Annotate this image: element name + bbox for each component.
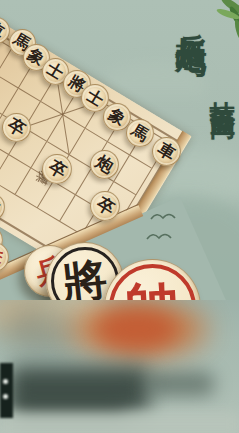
bird-icon [146, 230, 172, 242]
blur-bottom-light [0, 412, 239, 433]
black-chariot-right-piece[interactable]: 車 [152, 137, 181, 166]
black-soldier-3-piece[interactable]: 卒 [90, 191, 120, 221]
bamboo-leaves-icon [203, 0, 239, 46]
black-soldier-2-piece[interactable]: 卒 [42, 154, 72, 184]
piece-glyph: 車 [154, 139, 177, 162]
piece-glyph: 卒 [93, 194, 116, 217]
calligraphy-line-2: 技艺盖世间 [206, 82, 239, 97]
blur-marshal-core [96, 308, 178, 350]
blur-left-strip [0, 363, 13, 418]
piece-glyph: 卒 [45, 157, 68, 180]
piece-glyph: 士 [84, 87, 106, 109]
black-horse-right-piece[interactable]: 馬 [126, 119, 154, 147]
piece-glyph: 卒 [4, 115, 27, 138]
piece-glyph: 炮 [92, 152, 115, 175]
distant-peak [105, 62, 205, 96]
black-cannon-piece[interactable]: 炮 [90, 150, 119, 179]
piece-glyph: 馬 [129, 122, 151, 144]
piece-glyph: 象 [106, 106, 128, 128]
piece-glyph: 士 [44, 60, 66, 82]
piece-glyph: 卒 [0, 196, 2, 218]
xiangqi-promo-scene: 兵挺炮鸣 技艺盖世间 漢界 車馬象士將士象馬車炮卒卒卒卒卒兵兵將帥 [0, 0, 239, 433]
piece-glyph: 兵 [0, 245, 6, 268]
black-soldier-1-piece[interactable]: 卒 [2, 113, 31, 142]
piece-glyph: 車 [0, 19, 7, 41]
piece-glyph: 將 [61, 257, 109, 305]
dot-icon [3, 394, 8, 399]
bird-icon [150, 210, 176, 222]
blur-text-block-2 [148, 372, 214, 396]
dot-icon [3, 379, 8, 384]
blurred-bottom-band [0, 300, 239, 433]
